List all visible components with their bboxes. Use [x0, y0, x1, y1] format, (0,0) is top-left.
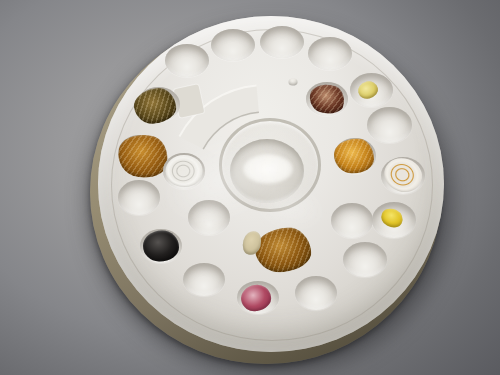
- paint-red-brown: [307, 81, 347, 117]
- paint-well-6: [367, 107, 412, 143]
- paint-well-15: [118, 135, 161, 171]
- paint-well-3: [260, 26, 304, 58]
- paint-well-4: [308, 37, 352, 70]
- paint-well-12: [183, 263, 225, 296]
- paint-well-5: [350, 73, 393, 107]
- flat-surface-spot-23: [242, 230, 262, 256]
- flat-surface-spot-24: [289, 78, 298, 86]
- flat-surface-spot-22: [254, 227, 312, 273]
- paint-well-11: [237, 281, 279, 314]
- paint-well-20: [331, 203, 373, 238]
- paint-well-2: [211, 29, 255, 61]
- paint-white-orange-swirl: [380, 153, 427, 197]
- paint-well-10: [295, 276, 337, 310]
- paint-pink-crimson: [239, 283, 273, 314]
- paint-white-speck: [289, 79, 298, 86]
- well-layer: [0, 0, 500, 375]
- paint-yellow: [378, 205, 406, 231]
- paint-well-21: [188, 200, 230, 235]
- paint-black: [143, 231, 179, 262]
- paint-amber-orange: [334, 139, 374, 174]
- paint-pearl-white: [166, 155, 203, 187]
- paint-well-19: [334, 138, 376, 174]
- paint-golden-sienna-smear: [253, 226, 313, 275]
- paint-well-14: [118, 180, 160, 215]
- paint-well-13: [140, 229, 182, 263]
- paint-well-7: [381, 157, 425, 194]
- paint-well-1: [165, 44, 209, 77]
- paint-olive-brown: [132, 86, 178, 127]
- paint-well-17: [163, 153, 205, 189]
- paint-well-8: [372, 202, 416, 238]
- paint-well-16: [137, 87, 180, 122]
- paint-pale-yellow: [356, 79, 380, 101]
- paint-well-9: [343, 242, 387, 277]
- paint-well-18: [306, 82, 348, 116]
- palette-photo: [0, 0, 500, 375]
